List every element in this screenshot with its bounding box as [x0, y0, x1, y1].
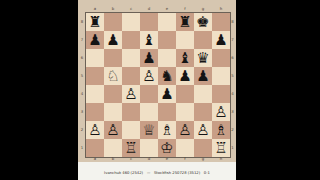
chess-board-panel: abcdefgh 87654321 ♜♜♚♟♟♝♟♟♝♛♘♙♞♟♟♙♟♙♙♙♕♗… [78, 0, 236, 180]
coord-label-d: d [144, 7, 154, 11]
square-g8[interactable]: ♚ [194, 13, 212, 31]
square-g5[interactable]: ♟ [194, 67, 212, 85]
coord-label-h: h [216, 7, 226, 11]
square-h8[interactable] [212, 13, 230, 31]
square-a4[interactable] [86, 85, 104, 103]
square-h7[interactable]: ♟ [212, 31, 230, 49]
square-f7[interactable] [176, 31, 194, 49]
piece-white-pawn: ♙ [124, 85, 137, 103]
square-b3[interactable] [104, 103, 122, 121]
coord-label-3: 3 [80, 107, 84, 117]
coord-label-e: e [162, 7, 172, 11]
square-g6[interactable]: ♛ [194, 49, 212, 67]
square-d5[interactable]: ♙ [140, 67, 158, 85]
piece-black-queen: ♛ [196, 49, 209, 67]
piece-black-pawn: ♟ [214, 31, 227, 49]
square-e1[interactable]: ♔ [158, 139, 176, 157]
coord-label-a: a [90, 7, 100, 11]
square-h2[interactable]: ♗ [212, 121, 230, 139]
square-d8[interactable] [140, 13, 158, 31]
square-f8[interactable]: ♜ [176, 13, 194, 31]
square-f1[interactable] [176, 139, 194, 157]
piece-white-knight: ♘ [106, 67, 119, 85]
coord-label-b: b [108, 7, 118, 11]
coord-label-4: 4 [80, 89, 84, 99]
square-h6[interactable] [212, 49, 230, 67]
piece-black-bishop: ♝ [142, 31, 155, 49]
piece-black-knight: ♞ [160, 67, 173, 85]
square-g1[interactable] [194, 139, 212, 157]
square-a8[interactable]: ♜ [86, 13, 104, 31]
square-e5[interactable]: ♞ [158, 67, 176, 85]
game-info-text: Ivanchuk 460 (2542) — Stockfish 250728 (… [78, 162, 236, 180]
coord-label-g: g [198, 7, 208, 11]
square-c6[interactable] [122, 49, 140, 67]
square-h3[interactable]: ♙ [212, 103, 230, 121]
coord-label-3: 3 [231, 107, 235, 117]
coord-label-8: 8 [80, 17, 84, 27]
square-h4[interactable] [212, 85, 230, 103]
rank-labels-right: 87654321 [229, 13, 236, 157]
coord-label-4: 4 [231, 89, 235, 99]
square-e7[interactable] [158, 31, 176, 49]
piece-white-king: ♔ [160, 139, 173, 157]
piece-black-bishop: ♝ [178, 49, 191, 67]
piece-white-pawn: ♙ [196, 121, 209, 139]
square-e6[interactable] [158, 49, 176, 67]
square-f5[interactable]: ♟ [176, 67, 194, 85]
square-e4[interactable]: ♟ [158, 85, 176, 103]
coord-label-d: d [144, 157, 154, 161]
coord-label-8: 8 [231, 17, 235, 27]
board-grid: ♜♜♚♟♟♝♟♟♝♛♘♙♞♟♟♙♟♙♙♙♕♗♙♙♗♖♔♖ [86, 13, 230, 157]
square-f3[interactable] [176, 103, 194, 121]
square-c4[interactable]: ♙ [122, 85, 140, 103]
square-d4[interactable] [140, 85, 158, 103]
coord-label-6: 6 [231, 53, 235, 63]
coord-label-5: 5 [80, 71, 84, 81]
square-a3[interactable] [86, 103, 104, 121]
file-labels-top: abcdefgh [86, 7, 230, 12]
square-g3[interactable] [194, 103, 212, 121]
coord-label-c: c [126, 7, 136, 11]
piece-black-king: ♚ [196, 13, 209, 31]
square-f6[interactable]: ♝ [176, 49, 194, 67]
square-b8[interactable] [104, 13, 122, 31]
square-c5[interactable] [122, 67, 140, 85]
coord-label-2: 2 [231, 125, 235, 135]
square-a5[interactable] [86, 67, 104, 85]
piece-black-rook: ♜ [88, 13, 101, 31]
square-g4[interactable] [194, 85, 212, 103]
piece-black-pawn: ♟ [106, 31, 119, 49]
coord-label-6: 6 [80, 53, 84, 63]
coord-label-c: c [126, 157, 136, 161]
square-f2[interactable]: ♙ [176, 121, 194, 139]
square-a1[interactable] [86, 139, 104, 157]
piece-black-rook: ♜ [178, 13, 191, 31]
coord-label-f: f [180, 157, 190, 161]
piece-black-pawn: ♟ [196, 67, 209, 85]
square-a2[interactable]: ♙ [86, 121, 104, 139]
square-c2[interactable] [122, 121, 140, 139]
square-h5[interactable] [212, 67, 230, 85]
square-b7[interactable]: ♟ [104, 31, 122, 49]
coord-label-e: e [162, 157, 172, 161]
piece-white-bishop: ♗ [160, 121, 173, 139]
piece-black-pawn: ♟ [88, 31, 101, 49]
piece-white-rook: ♖ [214, 139, 227, 157]
square-g2[interactable]: ♙ [194, 121, 212, 139]
coord-label-7: 7 [80, 35, 84, 45]
video-frame: abcdefgh 87654321 ♜♜♚♟♟♝♟♟♝♛♘♙♞♟♟♙♟♙♙♙♕♗… [0, 0, 320, 180]
piece-white-pawn: ♙ [88, 121, 101, 139]
square-a7[interactable]: ♟ [86, 31, 104, 49]
square-c7[interactable] [122, 31, 140, 49]
square-h1[interactable]: ♖ [212, 139, 230, 157]
rank-labels-left: 87654321 [78, 13, 86, 157]
players-line: Ivanchuk 460 (2542) — Stockfish 250728 (… [80, 171, 235, 175]
coord-label-f: f [180, 7, 190, 11]
coord-label-7: 7 [231, 35, 235, 45]
square-d7[interactable]: ♝ [140, 31, 158, 49]
piece-white-bishop: ♗ [214, 121, 227, 139]
square-c8[interactable] [122, 13, 140, 31]
coord-label-h: h [216, 157, 226, 161]
square-c3[interactable] [122, 103, 140, 121]
square-d3[interactable] [140, 103, 158, 121]
piece-white-pawn: ♙ [178, 121, 191, 139]
game-info-bar: Ivanchuk 460 (2542) — Stockfish 250728 (… [78, 162, 236, 180]
square-b2[interactable]: ♙ [104, 121, 122, 139]
square-e2[interactable]: ♗ [158, 121, 176, 139]
square-c1[interactable]: ♖ [122, 139, 140, 157]
piece-white-rook: ♖ [124, 139, 137, 157]
square-a6[interactable] [86, 49, 104, 67]
square-d2[interactable]: ♕ [140, 121, 158, 139]
coord-label-1: 1 [80, 143, 84, 153]
square-b6[interactable] [104, 49, 122, 67]
coord-label-a: a [90, 157, 100, 161]
coord-label-b: b [108, 157, 118, 161]
coord-label-2: 2 [80, 125, 84, 135]
piece-black-pawn: ♟ [142, 49, 155, 67]
piece-black-pawn: ♟ [178, 67, 191, 85]
piece-white-pawn: ♙ [214, 103, 227, 121]
piece-white-pawn: ♙ [142, 67, 155, 85]
piece-black-pawn: ♟ [160, 85, 173, 103]
square-f4[interactable] [176, 85, 194, 103]
coord-label-g: g [198, 157, 208, 161]
square-d6[interactable]: ♟ [140, 49, 158, 67]
piece-white-pawn: ♙ [106, 121, 119, 139]
coord-label-5: 5 [231, 71, 235, 81]
square-e3[interactable] [158, 103, 176, 121]
square-e8[interactable] [158, 13, 176, 31]
coord-label-1: 1 [231, 143, 235, 153]
square-b1[interactable] [104, 139, 122, 157]
square-b4[interactable] [104, 85, 122, 103]
square-g7[interactable] [194, 31, 212, 49]
piece-white-queen: ♕ [142, 121, 155, 139]
square-d1[interactable] [140, 139, 158, 157]
square-b5[interactable]: ♘ [104, 67, 122, 85]
